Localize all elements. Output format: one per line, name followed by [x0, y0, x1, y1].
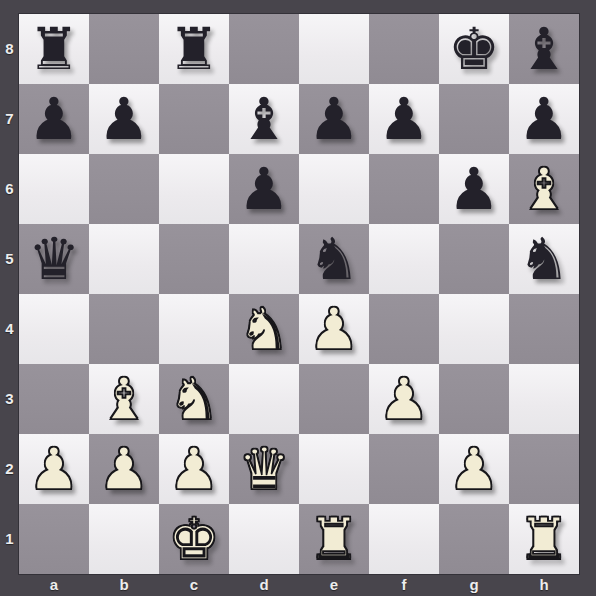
piece-white-rook[interactable]: ♜ [299, 504, 369, 574]
piece-white-pawn[interactable]: ♟ [159, 434, 229, 504]
piece-white-bishop[interactable]: ♝ [509, 154, 579, 224]
piece-black-pawn[interactable]: ♟ [229, 154, 299, 224]
square-g5[interactable] [439, 224, 509, 294]
square-d1[interactable] [229, 504, 299, 574]
file-label-g: g [439, 574, 509, 596]
square-c1[interactable]: ♚ [159, 504, 229, 574]
piece-white-knight[interactable]: ♞ [229, 294, 299, 364]
square-f8[interactable] [369, 14, 439, 84]
file-label-d: d [229, 574, 299, 596]
square-g3[interactable] [439, 364, 509, 434]
piece-black-queen[interactable]: ♛ [19, 224, 89, 294]
rank-label-7: 7 [0, 84, 19, 154]
square-b8[interactable] [89, 14, 159, 84]
square-d5[interactable] [229, 224, 299, 294]
rank-label-4: 4 [0, 294, 19, 364]
chess-board: ♜♜♚♝♟♟♝♟♟♟♟♟♝♛♞♞♞♟♝♞♟♟♟♟♛♟♚♜♜ [19, 14, 579, 574]
square-g7[interactable] [439, 84, 509, 154]
piece-white-knight[interactable]: ♞ [159, 364, 229, 434]
square-d3[interactable] [229, 364, 299, 434]
square-c6[interactable] [159, 154, 229, 224]
square-e1[interactable]: ♜ [299, 504, 369, 574]
square-c8[interactable]: ♜ [159, 14, 229, 84]
file-label-f: f [369, 574, 439, 596]
piece-white-pawn[interactable]: ♟ [439, 434, 509, 504]
rank-label-2: 2 [0, 434, 19, 504]
square-e3[interactable] [299, 364, 369, 434]
square-e6[interactable] [299, 154, 369, 224]
piece-white-queen[interactable]: ♛ [229, 434, 299, 504]
square-h7[interactable]: ♟ [509, 84, 579, 154]
square-f2[interactable] [369, 434, 439, 504]
piece-black-rook[interactable]: ♜ [19, 14, 89, 84]
piece-white-pawn[interactable]: ♟ [89, 434, 159, 504]
piece-black-knight[interactable]: ♞ [509, 224, 579, 294]
square-a5[interactable]: ♛ [19, 224, 89, 294]
square-e5[interactable]: ♞ [299, 224, 369, 294]
piece-white-king[interactable]: ♚ [159, 504, 229, 574]
file-label-b: b [89, 574, 159, 596]
square-c4[interactable] [159, 294, 229, 364]
square-e7[interactable]: ♟ [299, 84, 369, 154]
square-h1[interactable]: ♜ [509, 504, 579, 574]
piece-black-pawn[interactable]: ♟ [509, 84, 579, 154]
square-c7[interactable] [159, 84, 229, 154]
square-g6[interactable]: ♟ [439, 154, 509, 224]
piece-black-king[interactable]: ♚ [439, 14, 509, 84]
square-a6[interactable] [19, 154, 89, 224]
square-b2[interactable]: ♟ [89, 434, 159, 504]
square-a7[interactable]: ♟ [19, 84, 89, 154]
square-h6[interactable]: ♝ [509, 154, 579, 224]
piece-black-knight[interactable]: ♞ [299, 224, 369, 294]
chess-board-frame: ♜♜♚♝♟♟♝♟♟♟♟♟♝♛♞♞♞♟♝♞♟♟♟♟♛♟♚♜♜ 87654321 a… [0, 0, 596, 596]
square-d4[interactable]: ♞ [229, 294, 299, 364]
square-f6[interactable] [369, 154, 439, 224]
piece-white-pawn[interactable]: ♟ [19, 434, 89, 504]
rank-label-3: 3 [0, 364, 19, 434]
rank-label-8: 8 [0, 14, 19, 84]
square-b6[interactable] [89, 154, 159, 224]
rank-label-1: 1 [0, 504, 19, 574]
file-label-a: a [19, 574, 89, 596]
square-b5[interactable] [89, 224, 159, 294]
piece-white-pawn[interactable]: ♟ [369, 364, 439, 434]
square-c5[interactable] [159, 224, 229, 294]
piece-black-pawn[interactable]: ♟ [19, 84, 89, 154]
piece-black-pawn[interactable]: ♟ [299, 84, 369, 154]
square-g4[interactable] [439, 294, 509, 364]
piece-white-bishop[interactable]: ♝ [89, 364, 159, 434]
piece-white-pawn[interactable]: ♟ [299, 294, 369, 364]
piece-white-rook[interactable]: ♜ [509, 504, 579, 574]
square-f7[interactable]: ♟ [369, 84, 439, 154]
square-g1[interactable] [439, 504, 509, 574]
piece-black-pawn[interactable]: ♟ [89, 84, 159, 154]
square-e8[interactable] [299, 14, 369, 84]
square-b1[interactable] [89, 504, 159, 574]
square-h5[interactable]: ♞ [509, 224, 579, 294]
square-a8[interactable]: ♜ [19, 14, 89, 84]
file-label-c: c [159, 574, 229, 596]
rank-label-6: 6 [0, 154, 19, 224]
square-e2[interactable] [299, 434, 369, 504]
square-h4[interactable] [509, 294, 579, 364]
square-h3[interactable] [509, 364, 579, 434]
square-d2[interactable]: ♛ [229, 434, 299, 504]
square-f1[interactable] [369, 504, 439, 574]
piece-black-pawn[interactable]: ♟ [369, 84, 439, 154]
square-h2[interactable] [509, 434, 579, 504]
square-c3[interactable]: ♞ [159, 364, 229, 434]
square-a3[interactable] [19, 364, 89, 434]
square-b4[interactable] [89, 294, 159, 364]
square-b3[interactable]: ♝ [89, 364, 159, 434]
square-g8[interactable]: ♚ [439, 14, 509, 84]
square-f5[interactable] [369, 224, 439, 294]
square-a4[interactable] [19, 294, 89, 364]
square-d6[interactable]: ♟ [229, 154, 299, 224]
square-f4[interactable] [369, 294, 439, 364]
file-label-h: h [509, 574, 579, 596]
piece-black-pawn[interactable]: ♟ [439, 154, 509, 224]
piece-black-bishop[interactable]: ♝ [229, 84, 299, 154]
piece-black-rook[interactable]: ♜ [159, 14, 229, 84]
rank-label-5: 5 [0, 224, 19, 294]
file-label-e: e [299, 574, 369, 596]
piece-black-bishop[interactable]: ♝ [509, 14, 579, 84]
square-g2[interactable]: ♟ [439, 434, 509, 504]
square-d7[interactable]: ♝ [229, 84, 299, 154]
square-c2[interactable]: ♟ [159, 434, 229, 504]
square-a1[interactable] [19, 504, 89, 574]
square-h8[interactable]: ♝ [509, 14, 579, 84]
square-f3[interactable]: ♟ [369, 364, 439, 434]
square-d8[interactable] [229, 14, 299, 84]
square-e4[interactable]: ♟ [299, 294, 369, 364]
square-a2[interactable]: ♟ [19, 434, 89, 504]
square-b7[interactable]: ♟ [89, 84, 159, 154]
